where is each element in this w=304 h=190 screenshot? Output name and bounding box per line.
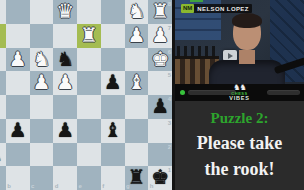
square-f7[interactable] [101,24,125,48]
square-h3[interactable]: 3 [148,119,172,143]
square-g7[interactable]: ♟ [125,24,149,48]
streamer-name-tag: NM NELSON LOPEZ [181,4,252,13]
black-pawn[interactable]: ♟ [6,119,30,143]
square-h1[interactable]: 1h♚ [148,166,172,190]
chess-vibes-logo: ♞♞ CHESS VIBES [223,84,257,101]
square-h4[interactable]: 4♟ [148,95,172,119]
puzzle-number-title: Puzzle 2: [175,110,304,127]
chess-board[interactable]: ♛♞8♜♜♟7♟♟♞♞6♚♟♟♟♝54♟♟♟♝3♟2abcdefg♜1h♚ [0,0,172,190]
square-h2[interactable]: 2 [148,143,172,167]
white-knight[interactable]: ♞ [125,0,149,24]
white-queen[interactable]: ♛ [53,0,77,24]
square-h7[interactable]: 7♟ [148,24,172,48]
black-bishop[interactable]: ♝ [101,119,125,143]
white-pawn[interactable]: ♟ [30,71,54,95]
white-pawn[interactable]: ♟ [6,48,30,72]
square-c2[interactable] [30,143,54,167]
black-pawn[interactable]: ♟ [101,71,125,95]
square-c4[interactable] [30,95,54,119]
square-f1[interactable]: f [101,166,125,190]
live-indicator-icon [180,90,185,95]
overlay-bar-right [267,90,300,95]
square-g4[interactable] [125,95,149,119]
white-rook[interactable]: ♜ [148,0,172,24]
square-d1[interactable]: d [53,166,77,190]
square-b5[interactable] [6,71,30,95]
white-bishop[interactable]: ♝ [125,71,149,95]
chess-board-viewport: ♛♞8♜♜♟7♟♟♞♞6♚♟♟♟♝54♟♟♟♝3♟2abcdefg♜1h♚ [0,0,172,190]
square-e4[interactable] [77,95,101,119]
square-h8[interactable]: 8♜ [148,0,172,24]
file-label-c: c [31,183,34,189]
stream-right-panel: NM NELSON LOPEZ ♞♞ CHESS VIBES Puzzle 2:… [172,0,304,190]
black-pawn[interactable]: ♟ [53,119,77,143]
black-king[interactable]: ♚ [148,166,172,190]
square-b4[interactable] [6,95,30,119]
square-b7[interactable] [6,24,30,48]
square-h6[interactable]: 6♚ [148,48,172,72]
black-knight[interactable]: ♞ [53,48,77,72]
webcam-video: NM NELSON LOPEZ ♞♞ CHESS VIBES [175,0,304,101]
square-c5[interactable]: ♟ [30,71,54,95]
square-d7[interactable] [53,24,77,48]
square-c8[interactable] [30,0,54,24]
square-f3[interactable]: ♝ [101,119,125,143]
square-c6[interactable]: ♞ [30,48,54,72]
white-rook[interactable]: ♜ [77,24,101,48]
square-d6[interactable]: ♞ [53,48,77,72]
square-h5[interactable]: 5 [148,71,172,95]
square-e5[interactable] [77,71,101,95]
white-pawn[interactable]: ♟ [125,24,149,48]
square-b1[interactable]: b [6,166,30,190]
file-label-f: f [102,183,104,189]
white-knight[interactable]: ♞ [30,48,54,72]
overlay-green-dash [190,0,203,2]
puzzle-instruction-line1: Please take [175,130,304,156]
streamer-neck [239,50,255,64]
nm-title-badge: NM [181,4,194,13]
square-c7[interactable] [30,24,54,48]
square-b6[interactable]: ♟ [6,48,30,72]
square-f8[interactable] [101,0,125,24]
rank-label-3: 3 [168,120,171,126]
square-d4[interactable] [53,95,77,119]
square-d8[interactable]: ♛ [53,0,77,24]
square-e6[interactable] [77,48,101,72]
square-g1[interactable]: g♜ [125,166,149,190]
square-g6[interactable] [125,48,149,72]
square-g5[interactable]: ♝ [125,71,149,95]
square-b3[interactable]: ♟ [6,119,30,143]
square-e1[interactable]: e [77,166,101,190]
streamer-hair [232,13,262,28]
square-f6[interactable] [101,48,125,72]
file-label-b: b [7,183,11,189]
puzzle-caption: Puzzle 2: Please take the rook! [175,101,304,190]
square-c1[interactable]: c [30,166,54,190]
file-label-d: d [55,183,59,189]
square-g3[interactable] [125,119,149,143]
streamer-name: NELSON LOPEZ [197,6,248,12]
white-pawn[interactable]: ♟ [148,24,172,48]
screenshot: ♛♞8♜♜♟7♟♟♞♞6♚♟♟♟♝54♟♟♟♝3♟2abcdefg♜1h♚ NM… [0,0,304,190]
square-e2[interactable] [77,143,101,167]
rank-label-2: 2 [168,144,171,150]
square-c3[interactable] [30,119,54,143]
square-e3[interactable] [77,119,101,143]
square-d2[interactable] [53,143,77,167]
square-b2[interactable] [6,143,30,167]
webcam-bottom-bar: ♞♞ CHESS VIBES [175,84,304,101]
square-g8[interactable]: ♞ [125,0,149,24]
white-pawn[interactable]: ♟ [53,71,77,95]
square-f4[interactable] [101,95,125,119]
square-f2[interactable] [101,143,125,167]
black-pawn[interactable]: ♟ [148,95,172,119]
square-d5[interactable]: ♟ [53,71,77,95]
black-rook[interactable]: ♜ [125,166,149,190]
square-f5[interactable]: ♟ [101,71,125,95]
square-g2[interactable] [125,143,149,167]
square-e7[interactable]: ♜ [77,24,101,48]
puzzle-instruction-line2: the rook! [175,156,304,182]
file-label-e: e [79,183,82,189]
square-e8[interactable] [77,0,101,24]
square-d3[interactable]: ♟ [53,119,77,143]
white-king[interactable]: ♚ [148,48,172,72]
rank-label-5: 5 [168,72,171,78]
square-b8[interactable] [6,0,30,24]
